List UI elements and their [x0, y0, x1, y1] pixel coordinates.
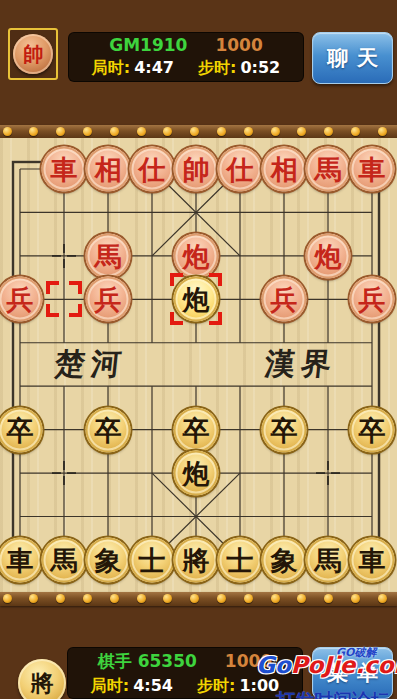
last-move-marker — [46, 281, 82, 317]
piece-red-仕[interactable]: 仕 — [130, 147, 175, 192]
piece-black-炮[interactable]: 炮 — [174, 451, 219, 496]
piece-char: 車 — [7, 546, 34, 573]
piece-red-炮[interactable]: 炮 — [306, 233, 351, 278]
piece-char: 仕 — [139, 156, 166, 183]
piece-char: 卒 — [95, 416, 122, 443]
piece-black-士[interactable]: 士 — [130, 537, 175, 582]
piece-char: 卒 — [183, 416, 210, 443]
piece-char: 士 — [227, 546, 254, 573]
piece-char: 馬 — [315, 546, 342, 573]
piece-black-卒[interactable]: 卒 — [174, 407, 219, 452]
piece-red-帥[interactable]: 帥 — [174, 147, 219, 192]
piece-char: 炮 — [183, 286, 210, 313]
piece-char: 兵 — [359, 286, 386, 313]
piece-black-車[interactable]: 車 — [350, 537, 395, 582]
piece-black-卒[interactable]: 卒 — [0, 407, 43, 452]
piece-black-象[interactable]: 象 — [262, 537, 307, 582]
piece-char: 象 — [271, 546, 298, 573]
piece-char: 卒 — [7, 416, 34, 443]
piece-char: 卒 — [271, 416, 298, 443]
piece-red-仕[interactable]: 仕 — [218, 147, 263, 192]
piece-char: 炮 — [183, 242, 210, 269]
piece-black-炮[interactable]: 炮 — [174, 277, 219, 322]
piece-red-兵[interactable]: 兵 — [0, 277, 43, 322]
piece-char: 兵 — [95, 286, 122, 313]
pieces-layer: 車相仕帥仕相馬車馬炮炮兵兵兵兵炮卒卒卒卒卒炮車馬象士將士象馬車 — [0, 0, 397, 699]
piece-char: 士 — [139, 546, 166, 573]
piece-char: 將 — [183, 546, 210, 573]
piece-red-兵[interactable]: 兵 — [86, 277, 131, 322]
piece-red-相[interactable]: 相 — [262, 147, 307, 192]
piece-red-兵[interactable]: 兵 — [350, 277, 395, 322]
piece-char: 相 — [95, 156, 122, 183]
piece-red-兵[interactable]: 兵 — [262, 277, 307, 322]
piece-char: 馬 — [315, 156, 342, 183]
piece-char: 象 — [95, 546, 122, 573]
piece-char: 車 — [359, 156, 386, 183]
piece-char: 車 — [51, 156, 78, 183]
piece-black-卒[interactable]: 卒 — [86, 407, 131, 452]
piece-black-卒[interactable]: 卒 — [350, 407, 395, 452]
piece-red-相[interactable]: 相 — [86, 147, 131, 192]
piece-char: 帥 — [183, 156, 210, 183]
piece-char: 兵 — [7, 286, 34, 313]
piece-black-車[interactable]: 車 — [0, 537, 43, 582]
piece-black-馬[interactable]: 馬 — [306, 537, 351, 582]
piece-red-炮[interactable]: 炮 — [174, 233, 219, 278]
piece-red-車[interactable]: 車 — [42, 147, 87, 192]
piece-char: 馬 — [95, 242, 122, 269]
piece-black-馬[interactable]: 馬 — [42, 537, 87, 582]
piece-red-馬[interactable]: 馬 — [86, 233, 131, 278]
piece-red-車[interactable]: 車 — [350, 147, 395, 192]
piece-red-馬[interactable]: 馬 — [306, 147, 351, 192]
xiangqi-app-screen: 帥 GM1910 1000 局时: 4:47 步时: 0:52 聊天 楚河 漢界… — [0, 0, 397, 699]
piece-char: 卒 — [359, 416, 386, 443]
piece-char: 兵 — [271, 286, 298, 313]
piece-black-象[interactable]: 象 — [86, 537, 131, 582]
piece-black-士[interactable]: 士 — [218, 537, 263, 582]
piece-char: 車 — [359, 546, 386, 573]
piece-char: 炮 — [183, 460, 210, 487]
piece-black-將[interactable]: 將 — [174, 537, 219, 582]
piece-black-卒[interactable]: 卒 — [262, 407, 307, 452]
piece-char: 馬 — [51, 546, 78, 573]
piece-char: 仕 — [227, 156, 254, 183]
piece-char: 炮 — [315, 242, 342, 269]
piece-char: 相 — [271, 156, 298, 183]
